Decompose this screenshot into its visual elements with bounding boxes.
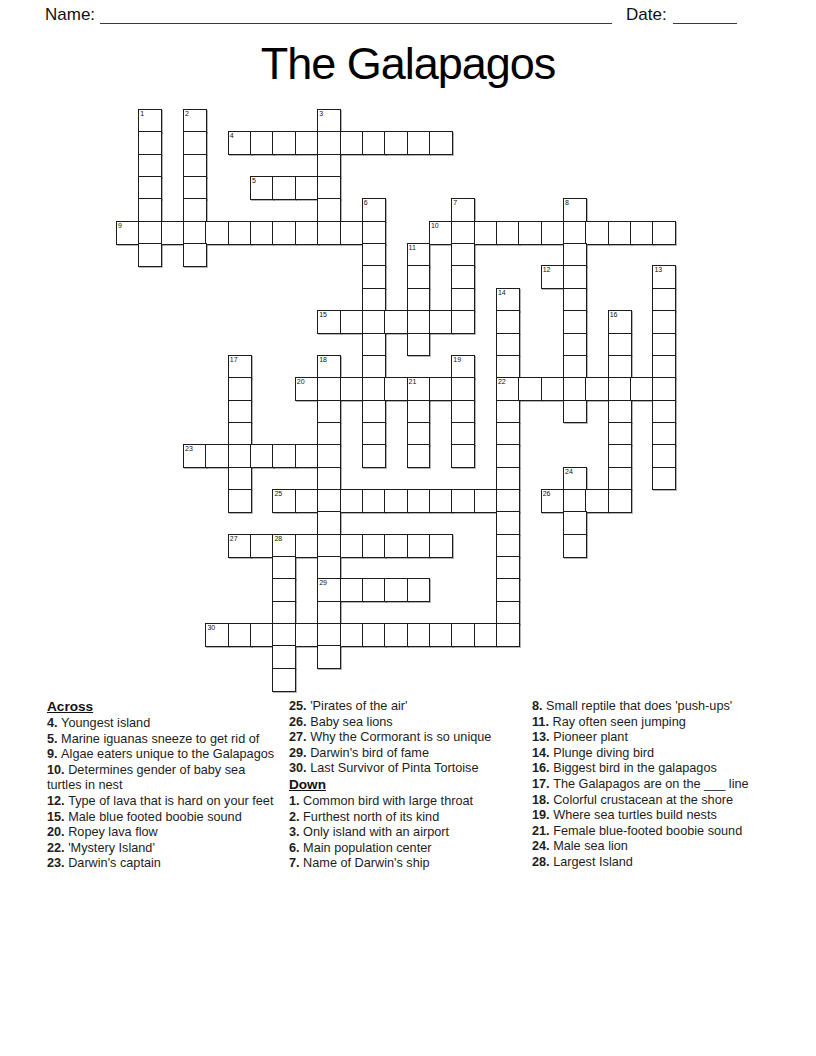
grid-cell[interactable] <box>563 265 587 289</box>
clue-item: 8. Small reptile that does 'push-ups' <box>532 699 764 715</box>
grid-cell[interactable] <box>362 221 386 245</box>
grid-cell[interactable] <box>608 467 632 491</box>
grid-cell[interactable] <box>496 601 520 625</box>
clue-number: 23 <box>185 445 193 453</box>
grid-cell[interactable] <box>518 377 542 401</box>
grid-cell[interactable] <box>138 176 162 200</box>
clue-number: 29 <box>319 579 327 587</box>
grid-cell[interactable] <box>362 265 386 289</box>
clue-item: 18. Colorful crustacean at the shore <box>532 793 764 809</box>
clue-item: 10. Determines gender of baby sea turtle… <box>47 763 279 794</box>
grid-cell[interactable] <box>563 288 587 312</box>
clue-item: 26. Baby sea lions <box>289 715 521 731</box>
grid-cell[interactable] <box>496 534 520 558</box>
grid-cell[interactable] <box>250 534 274 558</box>
clue-number: 24 <box>565 468 573 476</box>
clue-number: 18 <box>319 356 327 364</box>
grid-cell[interactable]: 6 <box>362 198 386 222</box>
grid-cell[interactable] <box>340 131 364 155</box>
clue-number: 10 <box>431 222 439 230</box>
grid-cell[interactable] <box>563 377 587 401</box>
date-input-line[interactable] <box>673 5 737 24</box>
grid-cell[interactable] <box>451 377 475 401</box>
grid-cell[interactable] <box>317 400 341 424</box>
grid-cell[interactable] <box>429 377 453 401</box>
grid-cell[interactable]: 11 <box>407 243 431 267</box>
grid-cell[interactable] <box>407 333 431 357</box>
clue-number: 17 <box>230 356 238 364</box>
clue-number: 25 <box>274 490 282 498</box>
clue-number: 22 <box>498 378 506 386</box>
clue-number: 19 <box>453 356 461 364</box>
grid-cell[interactable] <box>407 422 431 446</box>
grid-cell[interactable] <box>340 578 364 602</box>
grid-cell[interactable] <box>362 333 386 357</box>
grid-cell[interactable] <box>496 422 520 446</box>
grid-cell[interactable] <box>317 198 341 222</box>
grid-cell[interactable] <box>451 444 475 468</box>
grid-cell[interactable] <box>272 645 296 669</box>
grid-cell[interactable]: 21 <box>407 377 431 401</box>
grid-cell[interactable] <box>451 489 475 513</box>
grid-cell[interactable] <box>272 176 296 200</box>
grid-cell[interactable] <box>407 623 431 647</box>
grid-cell[interactable] <box>451 265 475 289</box>
grid-cell[interactable] <box>384 578 408 602</box>
grid-cell[interactable] <box>407 400 431 424</box>
grid-cell[interactable] <box>317 489 341 513</box>
clue-number: 7 <box>453 199 457 207</box>
clue-item: 17. The Galapagos are on the ___ line <box>532 777 764 793</box>
grid-cell[interactable] <box>451 623 475 647</box>
grid-cell[interactable] <box>608 422 632 446</box>
clue-column-down: 8. Small reptile that does 'push-ups'11.… <box>532 699 764 871</box>
grid-cell[interactable] <box>138 154 162 178</box>
grid-cell[interactable] <box>362 288 386 312</box>
clue-number: 13 <box>654 266 662 274</box>
grid-cell[interactable]: 27 <box>228 534 252 558</box>
grid-cell[interactable] <box>652 221 676 245</box>
grid-cell[interactable] <box>608 221 632 245</box>
clue-item: 11. Ray often seen jumping <box>532 715 764 731</box>
grid-cell[interactable] <box>340 221 364 245</box>
grid-cell[interactable]: 22 <box>496 377 520 401</box>
grid-cell[interactable] <box>317 377 341 401</box>
grid-cell[interactable] <box>340 489 364 513</box>
grid-cell[interactable] <box>407 131 431 155</box>
grid-cell[interactable] <box>563 489 587 513</box>
clue-number: 26 <box>543 490 551 498</box>
grid-cell[interactable] <box>630 221 654 245</box>
grid-cell[interactable] <box>608 377 632 401</box>
grid-cell[interactable] <box>652 467 676 491</box>
grid-cell[interactable]: 7 <box>451 198 475 222</box>
grid-cell[interactable] <box>652 422 676 446</box>
grid-cell[interactable] <box>608 489 632 513</box>
grid-cell[interactable] <box>161 221 185 245</box>
grid-cell[interactable] <box>384 623 408 647</box>
grid-cell[interactable]: 26 <box>541 489 565 513</box>
clue-item: 9. Algae eaters unique to the Galapagos <box>47 747 279 763</box>
date-label: Date: <box>626 5 667 25</box>
clue-number: 5 <box>252 177 256 185</box>
clue-number: 30 <box>207 624 215 632</box>
grid-cell[interactable] <box>362 131 386 155</box>
grid-cell[interactable]: 9 <box>116 221 140 245</box>
clue-item: 27. Why the Cormorant is so unique <box>289 730 521 746</box>
clue-number: 16 <box>610 311 618 319</box>
grid-cell[interactable] <box>362 422 386 446</box>
grid-cell[interactable] <box>362 578 386 602</box>
clue-number: 4 <box>230 132 234 140</box>
clue-item: 23. Darwin's captain <box>47 856 279 872</box>
grid-cell[interactable] <box>272 556 296 580</box>
grid-cell[interactable] <box>384 131 408 155</box>
grid-cell[interactable] <box>474 623 498 647</box>
clue-item: 25. 'Pirates of the air' <box>289 699 521 715</box>
grid-cell[interactable] <box>295 534 319 558</box>
grid-cell[interactable]: 5 <box>250 176 274 200</box>
grid-cell[interactable] <box>138 131 162 155</box>
grid-cell[interactable] <box>608 400 632 424</box>
grid-cell[interactable] <box>295 176 319 200</box>
grid-cell[interactable] <box>407 578 431 602</box>
grid-cell[interactable] <box>652 333 676 357</box>
grid-cell[interactable] <box>317 534 341 558</box>
grid-cell[interactable] <box>228 377 252 401</box>
grid-cell[interactable]: 3 <box>317 109 341 133</box>
clue-number: 2 <box>185 110 189 118</box>
grid-cell[interactable] <box>496 489 520 513</box>
worksheet-page: Name: Date: The Galapagos 12345678910111… <box>0 0 816 1056</box>
grid-cell[interactable] <box>340 623 364 647</box>
grid-cell[interactable] <box>272 601 296 625</box>
clue-column-middle: 25. 'Pirates of the air'26. Baby sea lio… <box>289 699 521 872</box>
grid-cell[interactable]: 18 <box>317 355 341 379</box>
grid-cell[interactable] <box>407 288 431 312</box>
clue-item: 28. Largest Island <box>532 855 764 871</box>
grid-cell[interactable] <box>317 623 341 647</box>
grid-cell[interactable] <box>340 534 364 558</box>
grid-cell[interactable] <box>496 467 520 491</box>
grid-cell[interactable] <box>272 131 296 155</box>
clue-number: 28 <box>274 535 282 543</box>
grid-cell[interactable] <box>407 444 431 468</box>
grid-cell[interactable]: 23 <box>183 444 207 468</box>
clue-number: 27 <box>230 535 238 543</box>
grid-cell[interactable] <box>652 400 676 424</box>
clue-item: 3. Only island with an airport <box>289 825 521 841</box>
down-heading: Down <box>289 777 521 793</box>
grid-cell[interactable] <box>518 221 542 245</box>
clue-item: 22. 'Mystery Island' <box>47 841 279 857</box>
grid-cell[interactable] <box>541 377 565 401</box>
clue-item: 14. Plunge diving bird <box>532 746 764 762</box>
grid-cell[interactable] <box>474 489 498 513</box>
grid-cell[interactable]: 10 <box>429 221 453 245</box>
grid-cell[interactable] <box>362 444 386 468</box>
grid-cell[interactable] <box>250 623 274 647</box>
grid-cell[interactable] <box>585 489 609 513</box>
across-heading: Across <box>47 699 279 715</box>
grid-cell[interactable]: 15 <box>317 310 341 334</box>
grid-cell[interactable] <box>451 422 475 446</box>
clue-number: 3 <box>319 110 323 118</box>
grid-cell[interactable] <box>295 623 319 647</box>
grid-cell[interactable] <box>183 221 207 245</box>
name-input-line[interactable] <box>100 5 612 24</box>
grid-cell[interactable] <box>496 221 520 245</box>
grid-cell[interactable] <box>451 221 475 245</box>
grid-cell[interactable] <box>407 534 431 558</box>
grid-cell[interactable] <box>362 623 386 647</box>
grid-cell[interactable] <box>317 131 341 155</box>
clue-column-across: Across 4. Youngest island5. Marine iguan… <box>47 699 279 872</box>
grid-cell[interactable] <box>585 377 609 401</box>
clue-item: 6. Main population center <box>289 841 521 857</box>
grid-cell[interactable] <box>429 489 453 513</box>
grid-cell[interactable]: 8 <box>563 198 587 222</box>
grid-cell[interactable]: 16 <box>608 310 632 334</box>
grid-cell[interactable] <box>183 176 207 200</box>
grid-cell[interactable]: 2 <box>183 109 207 133</box>
grid-cell[interactable] <box>652 377 676 401</box>
grid-cell[interactable] <box>652 355 676 379</box>
grid-cell[interactable] <box>228 422 252 446</box>
grid-cell[interactable] <box>228 400 252 424</box>
grid-cell[interactable] <box>295 131 319 155</box>
clue-item: 15. Male blue footed boobie sound <box>47 810 279 826</box>
grid-cell[interactable] <box>362 534 386 558</box>
grid-cell[interactable] <box>496 556 520 580</box>
clue-item: 7. Name of Darwin's ship <box>289 856 521 872</box>
name-label: Name: <box>45 5 95 25</box>
grid-cell[interactable] <box>563 355 587 379</box>
grid-cell[interactable] <box>496 310 520 334</box>
clue-number: 9 <box>118 222 122 230</box>
grid-cell[interactable] <box>652 444 676 468</box>
grid-cell[interactable] <box>451 243 475 267</box>
grid-cell[interactable]: 25 <box>272 489 296 513</box>
grid-cell[interactable] <box>138 221 162 245</box>
grid-cell[interactable] <box>429 131 453 155</box>
grid-cell[interactable] <box>317 601 341 625</box>
grid-cell[interactable] <box>429 623 453 647</box>
grid-cell[interactable]: 1 <box>138 109 162 133</box>
grid-cell[interactable] <box>563 221 587 245</box>
page-title: The Galapagos <box>0 38 816 90</box>
clue-item: 1. Common bird with large throat <box>289 794 521 810</box>
grid-cell[interactable] <box>295 221 319 245</box>
grid-cell[interactable] <box>429 310 453 334</box>
grid-cell[interactable] <box>630 377 654 401</box>
grid-cell[interactable] <box>608 333 632 357</box>
clue-number: 12 <box>543 266 551 274</box>
grid-cell[interactable]: 28 <box>272 534 296 558</box>
grid-cell[interactable] <box>317 154 341 178</box>
clue-number: 15 <box>319 311 327 319</box>
grid-cell[interactable] <box>228 221 252 245</box>
clue-item: 5. Marine iguanas sneeze to get rid of <box>47 732 279 748</box>
grid-cell[interactable] <box>496 400 520 424</box>
grid-cell[interactable] <box>340 377 364 401</box>
grid-cell[interactable] <box>362 310 386 334</box>
grid-cell[interactable] <box>608 355 632 379</box>
grid-cell[interactable] <box>228 489 252 513</box>
grid-cell[interactable] <box>295 444 319 468</box>
grid-cell[interactable] <box>563 310 587 334</box>
grid-cell[interactable] <box>317 511 341 535</box>
clue-item: 16. Biggest bird in the galapagos <box>532 761 764 777</box>
grid-cell[interactable] <box>496 444 520 468</box>
clue-item: 13. Pioneer plant <box>532 730 764 746</box>
grid-cell[interactable] <box>563 511 587 535</box>
grid-cell[interactable] <box>496 511 520 535</box>
grid-cell[interactable]: 20 <box>295 377 319 401</box>
grid-cell[interactable] <box>228 623 252 647</box>
grid-cell[interactable] <box>563 333 587 357</box>
grid-cell[interactable] <box>384 310 408 334</box>
grid-cell[interactable] <box>205 444 229 468</box>
grid-cell[interactable] <box>407 265 431 289</box>
grid-cell[interactable] <box>362 400 386 424</box>
grid-cell[interactable]: 13 <box>652 265 676 289</box>
grid-cell[interactable] <box>317 645 341 669</box>
grid-cell[interactable] <box>496 578 520 602</box>
grid-cell[interactable] <box>138 198 162 222</box>
grid-cell[interactable] <box>608 444 632 468</box>
clue-item: 4. Youngest island <box>47 716 279 732</box>
grid-cell[interactable] <box>205 221 229 245</box>
grid-cell[interactable] <box>317 221 341 245</box>
grid-cell[interactable] <box>228 444 252 468</box>
grid-cell[interactable]: 30 <box>205 623 229 647</box>
grid-cell[interactable] <box>250 444 274 468</box>
clue-item: 2. Furthest north of its kind <box>289 810 521 826</box>
grid-cell[interactable] <box>340 310 364 334</box>
grid-cell[interactable] <box>272 623 296 647</box>
grid-cell[interactable]: 17 <box>228 355 252 379</box>
grid-cell[interactable] <box>317 556 341 580</box>
grid-cell[interactable] <box>183 243 207 267</box>
grid-cell[interactable] <box>384 489 408 513</box>
grid-cell[interactable] <box>496 333 520 357</box>
grid-cell[interactable] <box>563 400 587 424</box>
clue-item: 24. Male sea lion <box>532 839 764 855</box>
clue-number: 8 <box>565 199 569 207</box>
grid-cell[interactable] <box>250 131 274 155</box>
grid-cell[interactable] <box>272 578 296 602</box>
grid-cell[interactable] <box>541 221 565 245</box>
grid-cell[interactable]: 12 <box>541 265 565 289</box>
grid-cell[interactable] <box>317 176 341 200</box>
grid-cell[interactable] <box>362 355 386 379</box>
grid-cell[interactable] <box>183 198 207 222</box>
clue-item: 12. Type of lava that is hard on your fe… <box>47 794 279 810</box>
grid-cell[interactable]: 24 <box>563 467 587 491</box>
grid-cell[interactable]: 19 <box>451 355 475 379</box>
grid-cell[interactable] <box>362 489 386 513</box>
grid-cell[interactable]: 29 <box>317 578 341 602</box>
grid-cell[interactable] <box>384 377 408 401</box>
grid-cell[interactable] <box>563 534 587 558</box>
grid-cell[interactable] <box>317 467 341 491</box>
grid-cell[interactable] <box>563 243 587 267</box>
grid-cell[interactable] <box>317 422 341 446</box>
grid-cell[interactable] <box>451 288 475 312</box>
clue-number: 20 <box>297 378 305 386</box>
grid-cell[interactable] <box>272 221 296 245</box>
clue-item: 19. Where sea turtles build nests <box>532 808 764 824</box>
grid-cell[interactable] <box>250 221 274 245</box>
grid-cell[interactable] <box>138 243 162 267</box>
grid-cell[interactable] <box>272 444 296 468</box>
grid-cell[interactable] <box>183 154 207 178</box>
clue-number: 21 <box>409 378 417 386</box>
clue-item: 21. Female blue-footed boobie sound <box>532 824 764 840</box>
grid-cell[interactable] <box>474 221 498 245</box>
clue-number: 11 <box>409 244 416 252</box>
grid-cell[interactable] <box>451 310 475 334</box>
grid-cell[interactable] <box>585 221 609 245</box>
grid-cell[interactable] <box>317 444 341 468</box>
clue-number: 1 <box>140 110 144 118</box>
grid-cell[interactable] <box>295 489 319 513</box>
grid-cell[interactable] <box>362 243 386 267</box>
grid-cell[interactable] <box>496 355 520 379</box>
clue-item: 20. Ropey lava flow <box>47 825 279 841</box>
grid-cell[interactable] <box>362 377 386 401</box>
grid-cell[interactable] <box>451 400 475 424</box>
grid-cell[interactable] <box>183 131 207 155</box>
grid-cell[interactable] <box>228 467 252 491</box>
grid-cell[interactable] <box>384 534 408 558</box>
grid-cell[interactable] <box>272 668 296 692</box>
grid-cell[interactable] <box>429 534 453 558</box>
grid-cell[interactable]: 14 <box>496 288 520 312</box>
grid-cell[interactable] <box>652 288 676 312</box>
grid-cell[interactable] <box>407 310 431 334</box>
clue-item: 29. Darwin's bird of fame <box>289 746 521 762</box>
clue-number: 6 <box>364 199 368 207</box>
grid-cell[interactable] <box>496 623 520 647</box>
grid-cell[interactable] <box>407 489 431 513</box>
grid-cell[interactable] <box>652 310 676 334</box>
clue-item: 30. Last Survivor of Pinta Tortoise <box>289 761 521 777</box>
clue-number: 14 <box>498 289 506 297</box>
grid-cell[interactable]: 4 <box>228 131 252 155</box>
